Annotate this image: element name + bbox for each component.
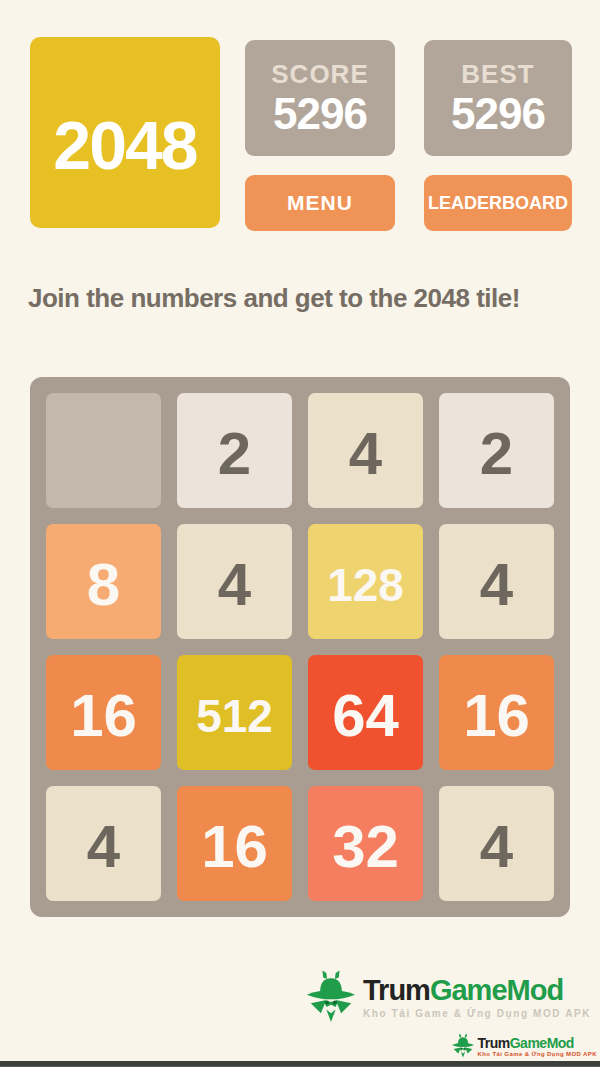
tile-4: 4 [439,524,554,639]
tile-4: 4 [46,786,161,901]
score-box: SCORE 5296 [245,40,395,156]
tile-8: 8 [46,524,161,639]
best-box: BEST 5296 [424,40,572,156]
score-label: SCORE [271,61,368,87]
app-screen: 2048 SCORE 5296 BEST 5296 MENU LEADERBOA… [0,0,600,1067]
tile-16: 16 [177,786,292,901]
tile-4: 4 [439,786,554,901]
tile-16: 16 [46,655,161,770]
menu-button[interactable]: MENU [245,175,395,231]
board[interactable]: 242841284165126416416324 [30,377,570,917]
footer-bar [0,1061,600,1067]
watermark-tagline: Kho Tải Game & Ứng Dụng MOD APK [363,1008,591,1019]
watermark-small-tagline: Kho Tải Game & Ứng Dụng MOD APK [478,1051,598,1057]
subtitle-text: Join the numbers and get to the 2048 til… [28,283,588,314]
spy-mascot-icon [306,969,356,1025]
empty-cell [46,393,161,508]
tile-16: 16 [439,655,554,770]
tile-4: 4 [308,393,423,508]
spy-mascot-icon-small [451,1033,475,1059]
watermark-small-brand: TrumGameMod [478,1036,598,1050]
tile-128: 128 [308,524,423,639]
tile-2: 2 [439,393,554,508]
game-logo-tile: 2048 [30,37,220,228]
watermark-large: TrumGameMod Kho Tải Game & Ứng Dụng MOD … [306,969,591,1025]
leaderboard-button[interactable]: LEADERBOARD [424,175,572,231]
tile-2: 2 [177,393,292,508]
watermark-small: TrumGameMod Kho Tải Game & Ứng Dụng MOD … [451,1033,598,1059]
tile-512: 512 [177,655,292,770]
tile-4: 4 [177,524,292,639]
best-value: 5296 [451,92,545,136]
watermark-brand: TrumGameMod [363,975,591,1005]
tile-32: 32 [308,786,423,901]
score-value: 5296 [273,92,367,136]
best-label: BEST [461,61,534,87]
tile-64: 64 [308,655,423,770]
